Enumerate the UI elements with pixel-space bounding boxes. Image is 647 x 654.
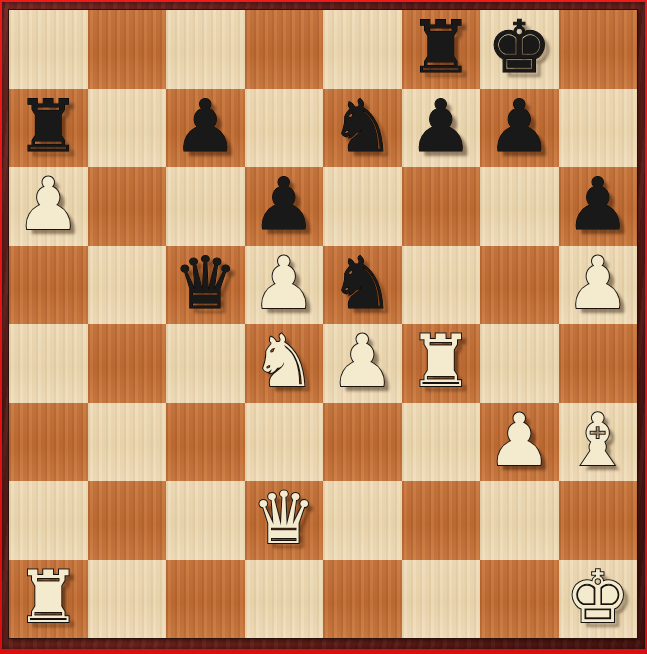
square-g7[interactable]: ♟ [480,89,559,168]
square-d6[interactable]: ♟ [245,167,324,246]
square-b8[interactable] [88,10,167,89]
square-b6[interactable] [88,167,167,246]
piece-white-pawn-h5[interactable]: ♟ [565,247,630,319]
square-c1[interactable] [166,560,245,639]
piece-black-rook-a7[interactable]: ♜ [16,90,81,162]
piece-white-pawn-a6[interactable]: ♟ [16,168,81,240]
square-c4[interactable] [166,324,245,403]
square-a8[interactable] [9,10,88,89]
piece-black-knight-e5[interactable]: ♞ [330,247,395,319]
square-a2[interactable] [9,481,88,560]
square-c5[interactable]: ♛ [166,246,245,325]
piece-white-rook-f4[interactable]: ♜ [408,325,473,397]
square-c3[interactable] [166,403,245,482]
square-g4[interactable] [480,324,559,403]
square-g8[interactable]: ♚ [480,10,559,89]
square-c2[interactable] [166,481,245,560]
chessboard-window: ♜♚♜♟♞♟♟♟♟♟♛♟♞♟♞♟♜♟♝♛♜♚ [0,0,647,654]
square-a4[interactable] [9,324,88,403]
square-f6[interactable] [402,167,481,246]
square-f5[interactable] [402,246,481,325]
piece-black-king-g8[interactable]: ♚ [487,11,552,83]
square-b1[interactable] [88,560,167,639]
square-d3[interactable] [245,403,324,482]
square-d4[interactable]: ♞ [245,324,324,403]
piece-black-knight-e7[interactable]: ♞ [330,90,395,162]
square-h6[interactable]: ♟ [559,167,638,246]
square-e5[interactable]: ♞ [323,246,402,325]
square-g5[interactable] [480,246,559,325]
square-a3[interactable] [9,403,88,482]
square-h8[interactable] [559,10,638,89]
square-e8[interactable] [323,10,402,89]
piece-black-pawn-f7[interactable]: ♟ [408,90,473,162]
square-g2[interactable] [480,481,559,560]
piece-white-bishop-h3[interactable]: ♝ [565,404,630,476]
square-c6[interactable] [166,167,245,246]
square-a1[interactable]: ♜ [9,560,88,639]
square-b4[interactable] [88,324,167,403]
square-a6[interactable]: ♟ [9,167,88,246]
square-g3[interactable]: ♟ [480,403,559,482]
piece-white-pawn-d5[interactable]: ♟ [251,247,316,319]
square-b5[interactable] [88,246,167,325]
square-g1[interactable] [480,560,559,639]
square-e6[interactable] [323,167,402,246]
square-a7[interactable]: ♜ [9,89,88,168]
square-d7[interactable] [245,89,324,168]
square-f1[interactable] [402,560,481,639]
square-b2[interactable] [88,481,167,560]
square-d8[interactable] [245,10,324,89]
piece-black-pawn-g7[interactable]: ♟ [487,90,552,162]
piece-white-king-h1[interactable]: ♚ [565,561,630,633]
square-c7[interactable]: ♟ [166,89,245,168]
square-f4[interactable]: ♜ [402,324,481,403]
square-b3[interactable] [88,403,167,482]
piece-white-knight-d4[interactable]: ♞ [251,325,316,397]
square-e2[interactable] [323,481,402,560]
piece-black-pawn-h6[interactable]: ♟ [565,168,630,240]
piece-white-rook-a1[interactable]: ♜ [16,561,81,633]
piece-white-pawn-e4[interactable]: ♟ [330,325,395,397]
square-e4[interactable]: ♟ [323,324,402,403]
square-h1[interactable]: ♚ [559,560,638,639]
square-h3[interactable]: ♝ [559,403,638,482]
square-b7[interactable] [88,89,167,168]
square-f8[interactable]: ♜ [402,10,481,89]
piece-white-pawn-g3[interactable]: ♟ [487,404,552,476]
square-d2[interactable]: ♛ [245,481,324,560]
chess-board: ♜♚♜♟♞♟♟♟♟♟♛♟♞♟♞♟♜♟♝♛♜♚ [8,9,638,639]
piece-black-pawn-c7[interactable]: ♟ [173,90,238,162]
square-h4[interactable] [559,324,638,403]
square-h7[interactable] [559,89,638,168]
square-e7[interactable]: ♞ [323,89,402,168]
square-h5[interactable]: ♟ [559,246,638,325]
square-e1[interactable] [323,560,402,639]
square-c8[interactable] [166,10,245,89]
square-f3[interactable] [402,403,481,482]
square-g6[interactable] [480,167,559,246]
piece-black-queen-c5[interactable]: ♛ [173,247,238,319]
square-f7[interactable]: ♟ [402,89,481,168]
piece-black-pawn-d6[interactable]: ♟ [251,168,316,240]
square-h2[interactable] [559,481,638,560]
piece-black-rook-f8[interactable]: ♜ [408,11,473,83]
square-e3[interactable] [323,403,402,482]
square-d5[interactable]: ♟ [245,246,324,325]
square-d1[interactable] [245,560,324,639]
piece-white-queen-d2[interactable]: ♛ [251,482,316,554]
square-a5[interactable] [9,246,88,325]
square-f2[interactable] [402,481,481,560]
